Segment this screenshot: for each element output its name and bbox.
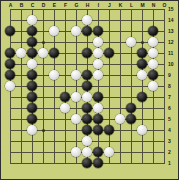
column-label-H: H: [82, 2, 93, 8]
white-stone-N11: [148, 48, 158, 58]
white-stone-G9: [71, 70, 81, 80]
black-stone-I4: [93, 125, 103, 135]
column-label-N: N: [148, 2, 159, 8]
white-stone-N12: [148, 37, 158, 47]
white-stone-I9: [93, 70, 103, 80]
black-stone-C13: [27, 26, 37, 36]
black-stone-C8: [27, 81, 37, 91]
black-stone-I2: [93, 147, 103, 157]
column-label-G: G: [71, 2, 82, 8]
black-stone-A11: [5, 48, 15, 58]
row-label-14: 14: [168, 17, 179, 23]
white-stone-I11: [93, 48, 103, 58]
black-stone-F7: [60, 92, 70, 102]
black-stone-C5: [27, 114, 37, 124]
row-label-7: 7: [168, 94, 179, 100]
black-stone-I5: [93, 114, 103, 124]
black-stone-C9: [27, 70, 37, 80]
column-label-D: D: [38, 2, 49, 8]
column-label-E: E: [49, 2, 60, 8]
row-label-9: 9: [168, 72, 179, 78]
black-stone-I13: [93, 26, 103, 36]
black-stone-H1: [82, 158, 92, 168]
white-stone-M4: [137, 125, 147, 135]
white-stone-F6: [60, 103, 70, 113]
row-label-2: 2: [168, 149, 179, 155]
black-stone-H6: [82, 103, 92, 113]
black-stone-C6: [27, 103, 37, 113]
black-stone-C12: [27, 37, 37, 47]
row-label-1: 1: [168, 160, 179, 166]
column-label-M: M: [137, 2, 148, 8]
row-label-10: 10: [168, 61, 179, 67]
star-point-D4: [42, 129, 45, 132]
row-label-11: 11: [168, 50, 179, 56]
black-stone-M7: [137, 92, 147, 102]
star-point-D12: [42, 41, 45, 44]
white-stone-B11: [16, 48, 26, 58]
black-stone-L5: [126, 114, 136, 124]
column-label-C: C: [27, 2, 38, 8]
white-stone-H7: [82, 92, 92, 102]
row-label-13: 13: [168, 28, 179, 34]
white-stone-M9: [137, 70, 147, 80]
column-label-I: I: [93, 2, 104, 8]
go-board[interactable]: ABCDEFGHIJKLMNO 151413121110987654321: [0, 0, 179, 180]
white-stone-I12: [93, 37, 103, 47]
black-stone-A10: [5, 59, 15, 69]
white-stone-G5: [71, 114, 81, 124]
row-label-6: 6: [168, 105, 179, 111]
black-stone-I7: [93, 92, 103, 102]
black-stone-L6: [126, 103, 136, 113]
star-point-M12: [141, 41, 144, 44]
black-stone-J11: [104, 48, 114, 58]
column-label-J: J: [104, 2, 115, 8]
black-stone-M10: [137, 59, 147, 69]
row-label-8: 8: [168, 83, 179, 89]
black-stone-C7: [27, 92, 37, 102]
white-stone-H2: [82, 147, 92, 157]
column-label-F: F: [60, 2, 71, 8]
black-stone-H9: [82, 70, 92, 80]
black-stone-J4: [104, 125, 114, 135]
row-label-3: 3: [168, 138, 179, 144]
white-stone-E9: [49, 70, 59, 80]
black-stone-H4: [82, 125, 92, 135]
white-stone-C10: [27, 59, 37, 69]
white-stone-H3: [82, 136, 92, 146]
black-stone-M11: [137, 48, 147, 58]
white-stone-C4: [27, 125, 37, 135]
black-stone-E11: [49, 48, 59, 58]
black-stone-H8: [82, 81, 92, 91]
column-label-A: A: [5, 2, 16, 8]
row-label-4: 4: [168, 127, 179, 133]
white-stone-G7: [71, 92, 81, 102]
black-stone-H5: [82, 114, 92, 124]
white-stone-J2: [104, 147, 114, 157]
black-stone-A9: [5, 70, 15, 80]
column-label-L: L: [126, 2, 137, 8]
black-stone-I1: [93, 158, 103, 168]
black-stone-N9: [148, 70, 158, 80]
white-stone-G13: [71, 26, 81, 36]
column-label-B: B: [16, 2, 27, 8]
white-stone-L12: [126, 37, 136, 47]
white-stone-I10: [93, 59, 103, 69]
row-label-12: 12: [168, 39, 179, 45]
white-stone-K5: [115, 114, 125, 124]
column-label-K: K: [115, 2, 126, 8]
black-stone-H11: [82, 48, 92, 58]
black-stone-A13: [5, 26, 15, 36]
row-label-15: 15: [168, 6, 179, 12]
white-stone-A8: [5, 81, 15, 91]
white-stone-E13: [49, 26, 59, 36]
white-stone-I6: [93, 103, 103, 113]
white-stone-N10: [148, 59, 158, 69]
white-stone-D11: [38, 48, 48, 58]
white-stone-G2: [71, 147, 81, 157]
white-stone-H14: [82, 15, 92, 25]
white-stone-N8: [148, 81, 158, 91]
black-stone-N13: [148, 26, 158, 36]
black-stone-C11: [27, 48, 37, 58]
black-stone-H13: [82, 26, 92, 36]
row-label-5: 5: [168, 116, 179, 122]
white-stone-C14: [27, 15, 37, 25]
